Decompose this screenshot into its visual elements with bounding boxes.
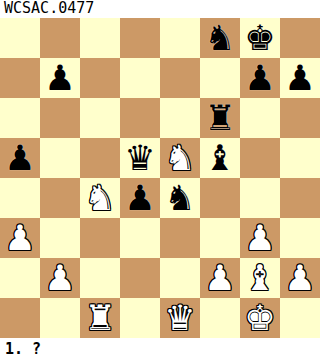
square-e8[interactable] — [160, 18, 200, 58]
square-c4[interactable]: ♞ — [80, 178, 120, 218]
white-pawn-h2: ♟ — [280, 258, 320, 298]
square-g5[interactable] — [240, 138, 280, 178]
black-rook-f6: ♜ — [200, 98, 240, 138]
square-e7[interactable] — [160, 58, 200, 98]
square-h2[interactable]: ♟ — [280, 258, 320, 298]
square-d6[interactable] — [120, 98, 160, 138]
chess-puzzle-window: WCSAC.0477 ♞♚♟♟♟♜♟♛♞♝♞♟♞♟♟♟♟♝♟♜♛♚ 1. ? — [0, 0, 320, 360]
square-a5[interactable]: ♟ — [0, 138, 40, 178]
square-d2[interactable] — [120, 258, 160, 298]
square-e5[interactable]: ♞ — [160, 138, 200, 178]
square-e6[interactable] — [160, 98, 200, 138]
square-e1[interactable]: ♛ — [160, 298, 200, 338]
square-b6[interactable] — [40, 98, 80, 138]
black-pawn-h7: ♟ — [280, 58, 320, 98]
white-queen-e1: ♛ — [160, 298, 200, 338]
square-d3[interactable] — [120, 218, 160, 258]
square-d7[interactable] — [120, 58, 160, 98]
black-knight-e4: ♞ — [160, 178, 200, 218]
move-prompt: 1. ? — [0, 338, 320, 360]
square-f2[interactable]: ♟ — [200, 258, 240, 298]
square-h5[interactable] — [280, 138, 320, 178]
square-f8[interactable]: ♞ — [200, 18, 240, 58]
white-king-g1: ♚ — [240, 298, 280, 338]
black-knight-f8: ♞ — [200, 18, 240, 58]
black-pawn-d4: ♟ — [120, 178, 160, 218]
square-h4[interactable] — [280, 178, 320, 218]
square-h3[interactable] — [280, 218, 320, 258]
square-h6[interactable] — [280, 98, 320, 138]
square-c2[interactable] — [80, 258, 120, 298]
square-e4[interactable]: ♞ — [160, 178, 200, 218]
square-b3[interactable] — [40, 218, 80, 258]
white-rook-c1: ♜ — [80, 298, 120, 338]
square-g2[interactable]: ♝ — [240, 258, 280, 298]
window-title: WCSAC.0477 — [0, 0, 320, 18]
white-pawn-a3: ♟ — [0, 218, 40, 258]
square-a7[interactable] — [0, 58, 40, 98]
square-c8[interactable] — [80, 18, 120, 58]
square-c5[interactable] — [80, 138, 120, 178]
white-bishop-g2: ♝ — [240, 258, 280, 298]
square-f4[interactable] — [200, 178, 240, 218]
square-a2[interactable] — [0, 258, 40, 298]
square-a1[interactable] — [0, 298, 40, 338]
black-queen-d5: ♛ — [120, 138, 160, 178]
square-g7[interactable]: ♟ — [240, 58, 280, 98]
square-b7[interactable]: ♟ — [40, 58, 80, 98]
square-g6[interactable] — [240, 98, 280, 138]
square-f6[interactable]: ♜ — [200, 98, 240, 138]
square-f3[interactable] — [200, 218, 240, 258]
black-pawn-a5: ♟ — [0, 138, 40, 178]
white-knight-e5: ♞ — [160, 138, 200, 178]
square-a4[interactable] — [0, 178, 40, 218]
square-b2[interactable]: ♟ — [40, 258, 80, 298]
square-h7[interactable]: ♟ — [280, 58, 320, 98]
chess-board: ♞♚♟♟♟♜♟♛♞♝♞♟♞♟♟♟♟♝♟♜♛♚ — [0, 18, 320, 338]
square-e3[interactable] — [160, 218, 200, 258]
square-f1[interactable] — [200, 298, 240, 338]
square-c3[interactable] — [80, 218, 120, 258]
white-knight-c4: ♞ — [80, 178, 120, 218]
square-a6[interactable] — [0, 98, 40, 138]
square-f5[interactable]: ♝ — [200, 138, 240, 178]
square-h1[interactable] — [280, 298, 320, 338]
square-b8[interactable] — [40, 18, 80, 58]
square-b5[interactable] — [40, 138, 80, 178]
square-c1[interactable]: ♜ — [80, 298, 120, 338]
black-bishop-f5: ♝ — [200, 138, 240, 178]
black-king-g8: ♚ — [240, 18, 280, 58]
square-h8[interactable] — [280, 18, 320, 58]
square-d8[interactable] — [120, 18, 160, 58]
square-g1[interactable]: ♚ — [240, 298, 280, 338]
square-d1[interactable] — [120, 298, 160, 338]
white-pawn-b2: ♟ — [40, 258, 80, 298]
square-b1[interactable] — [40, 298, 80, 338]
white-pawn-g3: ♟ — [240, 218, 280, 258]
square-a3[interactable]: ♟ — [0, 218, 40, 258]
square-f7[interactable] — [200, 58, 240, 98]
square-d5[interactable]: ♛ — [120, 138, 160, 178]
black-pawn-g7: ♟ — [240, 58, 280, 98]
white-pawn-f2: ♟ — [200, 258, 240, 298]
square-g3[interactable]: ♟ — [240, 218, 280, 258]
square-e2[interactable] — [160, 258, 200, 298]
square-g4[interactable] — [240, 178, 280, 218]
square-b4[interactable] — [40, 178, 80, 218]
square-a8[interactable] — [0, 18, 40, 58]
square-c6[interactable] — [80, 98, 120, 138]
square-g8[interactable]: ♚ — [240, 18, 280, 58]
black-pawn-b7: ♟ — [40, 58, 80, 98]
square-c7[interactable] — [80, 58, 120, 98]
square-d4[interactable]: ♟ — [120, 178, 160, 218]
